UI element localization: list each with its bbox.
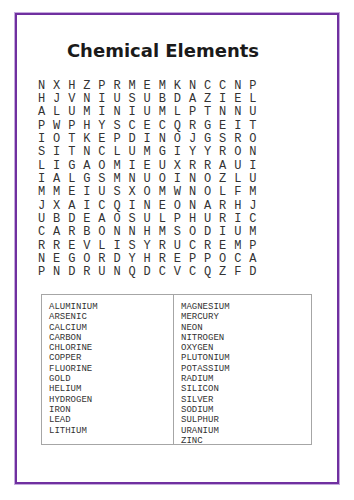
grid-cell[interactable]: Y <box>125 252 140 265</box>
grid-cell[interactable]: A <box>64 199 79 212</box>
grid-cell[interactable]: D <box>64 212 79 225</box>
grid-cell[interactable]: L <box>49 106 64 119</box>
grid-cell[interactable]: U <box>140 212 155 225</box>
grid-cell[interactable]: J <box>49 92 64 105</box>
puzzle-title: Chemical Elements <box>0 40 326 61</box>
grid-cell[interactable]: P <box>185 106 200 119</box>
word-list-item: NITROGEN <box>181 333 311 343</box>
grid-cell[interactable]: O <box>109 212 124 225</box>
grid-cell[interactable]: R <box>185 119 200 132</box>
grid-cell[interactable]: K <box>170 79 185 92</box>
grid-cell[interactable]: M <box>49 186 64 199</box>
grid-cell[interactable]: U <box>140 106 155 119</box>
grid-cell[interactable]: N <box>79 92 94 105</box>
grid-cell[interactable]: U <box>245 106 260 119</box>
grid-cell[interactable]: K <box>79 132 94 145</box>
grid-cell[interactable]: L <box>245 92 260 105</box>
grid-cell[interactable]: Z <box>79 79 94 92</box>
grid-cell[interactable]: D <box>200 226 215 239</box>
grid-cell[interactable]: Y <box>185 146 200 159</box>
grid-cell[interactable]: T <box>64 146 79 159</box>
grid-cell[interactable]: I <box>230 212 245 225</box>
grid-cell[interactable]: O <box>245 132 260 145</box>
word-list-item: IRON <box>49 405 173 415</box>
grid-cell[interactable]: G <box>200 132 215 145</box>
grid-cell[interactable]: P <box>245 79 260 92</box>
grid-cell[interactable]: R <box>49 239 64 252</box>
grid-cell[interactable]: L <box>109 146 124 159</box>
word-list-item: MERCURY <box>181 312 311 322</box>
grid-cell[interactable]: E <box>94 132 109 145</box>
grid-cell[interactable]: T <box>64 132 79 145</box>
grid-cell[interactable]: I <box>94 92 109 105</box>
word-list-item: ZINC <box>181 436 311 446</box>
grid-cell[interactable]: S <box>125 239 140 252</box>
grid-cell[interactable]: L <box>155 212 170 225</box>
grid-cell[interactable]: E <box>49 252 64 265</box>
grid-cell[interactable]: I <box>125 106 140 119</box>
word-list-item: SILICON <box>181 384 311 394</box>
grid-cell[interactable]: X <box>49 199 64 212</box>
grid-cell[interactable]: C <box>94 146 109 159</box>
grid-cell[interactable]: M <box>34 186 49 199</box>
grid-cell[interactable]: E <box>230 92 245 105</box>
grid-cell[interactable]: O <box>230 146 245 159</box>
grid-cell[interactable]: H <box>140 252 155 265</box>
grid-cell[interactable]: I <box>49 146 64 159</box>
grid-cell[interactable]: N <box>230 79 245 92</box>
worksheet-page: Chemical Elements NXHZPRMEMKNCCNPHJVNIUS… <box>0 0 354 500</box>
grid-cell[interactable]: A <box>185 92 200 105</box>
grid-cell[interactable]: H <box>140 226 155 239</box>
grid-cell[interactable]: I <box>125 159 140 172</box>
grid-cell[interactable]: O <box>170 199 185 212</box>
grid-cell[interactable]: N <box>185 186 200 199</box>
grid-cell[interactable]: N <box>230 106 245 119</box>
word-list-item: COPPER <box>49 353 173 363</box>
grid-cell[interactable]: N <box>215 106 230 119</box>
word-list-item: LEAD <box>49 415 173 425</box>
grid-cell[interactable]: P <box>109 132 124 145</box>
grid-cell[interactable]: S <box>94 172 109 185</box>
grid-cell[interactable]: O <box>170 132 185 145</box>
grid-cell[interactable]: E <box>64 239 79 252</box>
grid-cell[interactable]: N <box>109 266 124 279</box>
grid-cell[interactable]: R <box>215 146 230 159</box>
grid-cell[interactable]: B <box>79 226 94 239</box>
word-list-item: ALUMINIUM <box>49 302 173 312</box>
grid-cell[interactable]: E <box>64 186 79 199</box>
grid-cell[interactable]: L <box>64 172 79 185</box>
grid-cell[interactable]: C <box>185 266 200 279</box>
grid-cell[interactable]: O <box>140 186 155 199</box>
grid-cell[interactable]: A <box>34 106 49 119</box>
word-list-item: CARBON <box>49 333 173 343</box>
grid-cell[interactable]: L <box>170 106 185 119</box>
grid-cell[interactable]: X <box>49 79 64 92</box>
grid-cell[interactable]: L <box>230 172 245 185</box>
grid-cell[interactable]: E <box>215 239 230 252</box>
grid-cell[interactable]: P <box>170 212 185 225</box>
grid-cell[interactable]: G <box>79 172 94 185</box>
grid-cell[interactable]: N <box>49 266 64 279</box>
word-list-item: SULPHUR <box>181 415 311 425</box>
grid-cell[interactable]: D <box>125 132 140 145</box>
grid-cell[interactable]: M <box>140 146 155 159</box>
grid-cell[interactable]: S <box>215 132 230 145</box>
grid-cell[interactable]: M <box>155 226 170 239</box>
grid-cell[interactable]: E <box>170 252 185 265</box>
grid-cell[interactable]: D <box>170 92 185 105</box>
grid-cell[interactable]: L <box>94 239 109 252</box>
grid-cell[interactable]: U <box>94 186 109 199</box>
word-list-box: ALUMINIUMARSENICCALCIUMCARBONCHLORINECOP… <box>41 294 312 445</box>
grid-cell[interactable]: E <box>155 199 170 212</box>
grid-cell[interactable]: R <box>34 239 49 252</box>
grid-cell[interactable]: N <box>34 252 49 265</box>
word-list-item: POTASSIUM <box>181 364 311 374</box>
grid-cell[interactable]: O <box>200 172 215 185</box>
grid-cell[interactable]: U <box>170 239 185 252</box>
grid-cell[interactable]: I <box>125 199 140 212</box>
word-list-item: PLUTONIUM <box>181 353 311 363</box>
grid-cell[interactable]: R <box>200 239 215 252</box>
grid-cell[interactable]: C <box>155 266 170 279</box>
word-list-item: ARSENIC <box>49 312 173 322</box>
grid-cell[interactable]: M <box>245 186 260 199</box>
grid-cell[interactable]: R <box>64 226 79 239</box>
grid-cell[interactable]: S <box>125 92 140 105</box>
grid-cell[interactable]: Q <box>200 266 215 279</box>
grid-cell[interactable]: U <box>230 226 245 239</box>
grid-cell[interactable]: I <box>170 172 185 185</box>
grid-cell[interactable]: U <box>64 106 79 119</box>
grid-cell[interactable]: H <box>34 92 49 105</box>
grid-cell[interactable]: G <box>64 252 79 265</box>
grid-cell[interactable]: U <box>94 266 109 279</box>
grid-cell[interactable]: O <box>185 226 200 239</box>
grid-cell[interactable]: M <box>125 79 140 92</box>
word-list-item: CHLORINE <box>49 343 173 353</box>
grid-cell[interactable]: C <box>155 119 170 132</box>
grid-cell[interactable]: U <box>245 172 260 185</box>
grid-cell[interactable]: C <box>125 119 140 132</box>
grid-cell[interactable]: N <box>185 172 200 185</box>
word-list-item: GOLD <box>49 374 173 384</box>
grid-cell[interactable]: A <box>200 199 215 212</box>
grid-cell[interactable]: I <box>140 132 155 145</box>
grid-cell[interactable]: T <box>245 119 260 132</box>
grid-cell[interactable]: I <box>215 226 230 239</box>
grid-cell[interactable]: N <box>79 146 94 159</box>
word-list-item: SILVER <box>181 395 311 405</box>
grid-cell[interactable]: O <box>200 186 215 199</box>
word-list-item: SODIUM <box>181 405 311 415</box>
word-list-column-right: MAGNESIUMMERCURYNEONNITROGENOXYGENPLUTON… <box>174 295 311 444</box>
grid-cell[interactable]: J <box>34 199 49 212</box>
grid-cell[interactable]: C <box>185 239 200 252</box>
grid-cell[interactable]: P <box>245 239 260 252</box>
grid-cell[interactable]: D <box>245 266 260 279</box>
grid-cell[interactable]: M <box>155 106 170 119</box>
grid-cell[interactable]: R <box>94 252 109 265</box>
grid-cell[interactable]: B <box>49 212 64 225</box>
grid-cell[interactable]: U <box>230 159 245 172</box>
grid-cell[interactable]: M <box>109 159 124 172</box>
grid-cell[interactable]: P <box>34 119 49 132</box>
grid-cell[interactable]: S <box>125 212 140 225</box>
grid-cell[interactable]: P <box>94 79 109 92</box>
grid-cell[interactable]: C <box>215 79 230 92</box>
grid-cell[interactable]: L <box>34 159 49 172</box>
grid-cell[interactable]: Z <box>215 172 230 185</box>
grid-cell[interactable]: V <box>170 266 185 279</box>
grid-cell[interactable]: E <box>79 212 94 225</box>
grid-cell[interactable]: P <box>64 119 79 132</box>
grid-cell[interactable]: R <box>155 252 170 265</box>
grid-cell[interactable]: C <box>245 212 260 225</box>
grid-cell[interactable]: N <box>140 199 155 212</box>
grid-cell[interactable]: Q <box>109 199 124 212</box>
word-list-item: RADIUM <box>181 374 311 384</box>
grid-cell[interactable]: Q <box>125 266 140 279</box>
grid-cell[interactable]: R <box>230 132 245 145</box>
grid-cell[interactable]: R <box>109 79 124 92</box>
grid-cell[interactable]: R <box>79 266 94 279</box>
word-list-item: FLUORINE <box>49 364 173 374</box>
grid-cell[interactable]: M <box>79 106 94 119</box>
grid-cell[interactable]: R <box>185 159 200 172</box>
grid-cell[interactable]: R <box>215 212 230 225</box>
grid-cell[interactable]: H <box>185 212 200 225</box>
grid-cell[interactable]: I <box>245 159 260 172</box>
grid-cell[interactable]: I <box>94 106 109 119</box>
grid-cell[interactable]: H <box>79 119 94 132</box>
grid-cell[interactable]: V <box>64 92 79 105</box>
word-list-item: URANIUM <box>181 426 311 436</box>
grid-cell[interactable]: J <box>245 199 260 212</box>
grid-cell[interactable]: F <box>230 186 245 199</box>
grid-cell[interactable]: M <box>109 172 124 185</box>
grid-cell[interactable]: P <box>34 266 49 279</box>
grid-cell[interactable]: W <box>49 119 64 132</box>
grid-cell[interactable]: Y <box>140 239 155 252</box>
grid-cell[interactable]: A <box>49 172 64 185</box>
grid-cell[interactable]: C <box>94 199 109 212</box>
grid-cell[interactable]: U <box>34 212 49 225</box>
word-list-item: HYDROGEN <box>49 395 173 405</box>
grid-cell[interactable]: R <box>155 239 170 252</box>
grid-cell[interactable]: S <box>170 226 185 239</box>
grid-cell[interactable]: P <box>200 252 215 265</box>
grid-cell[interactable]: U <box>155 159 170 172</box>
word-list-item: NEON <box>181 323 311 333</box>
grid-cell[interactable]: I <box>109 239 124 252</box>
grid-cell[interactable]: C <box>230 252 245 265</box>
grid-cell[interactable]: I <box>230 119 245 132</box>
grid-cell[interactable]: C <box>34 226 49 239</box>
grid-cell[interactable]: I <box>34 132 49 145</box>
grid-cell[interactable]: T <box>200 106 215 119</box>
grid-cell[interactable]: I <box>49 159 64 172</box>
grid-cell[interactable]: V <box>79 239 94 252</box>
grid-cell[interactable]: D <box>109 252 124 265</box>
grid-cell[interactable]: Z <box>215 266 230 279</box>
grid-cell[interactable]: F <box>230 266 245 279</box>
grid-cell[interactable]: G <box>200 119 215 132</box>
grid-cell[interactable]: N <box>125 172 140 185</box>
grid-cell[interactable]: S <box>34 146 49 159</box>
grid-cell[interactable]: N <box>185 199 200 212</box>
grid-cell[interactable]: G <box>155 146 170 159</box>
grid-cell[interactable]: S <box>109 186 124 199</box>
grid-cell[interactable]: A <box>49 226 64 239</box>
grid-cell[interactable]: Z <box>200 92 215 105</box>
grid-cell[interactable]: A <box>245 252 260 265</box>
grid-cell[interactable]: N <box>185 79 200 92</box>
grid-cell[interactable]: H <box>64 79 79 92</box>
word-list-item: OXYGEN <box>181 343 311 353</box>
grid-cell[interactable]: D <box>64 266 79 279</box>
grid-cell[interactable]: N <box>109 226 124 239</box>
grid-cell[interactable]: A <box>79 159 94 172</box>
grid-cell[interactable]: G <box>64 159 79 172</box>
grid-cell[interactable]: J <box>185 132 200 145</box>
grid-cell[interactable]: N <box>125 226 140 239</box>
grid-cell[interactable]: I <box>79 186 94 199</box>
grid-cell[interactable]: I <box>34 172 49 185</box>
word-list-item: HELIUM <box>49 384 173 394</box>
grid-cell[interactable]: A <box>94 212 109 225</box>
grid-cell[interactable]: E <box>140 119 155 132</box>
grid-cell[interactable]: M <box>155 186 170 199</box>
grid-cell[interactable]: B <box>155 92 170 105</box>
word-search-grid: NXHZPRMEMKNCCNPHJVNIUSUBDAZIELALUMINIUML… <box>34 79 260 279</box>
grid-cell[interactable]: O <box>215 252 230 265</box>
grid-cell[interactable]: X <box>125 186 140 199</box>
grid-cell[interactable]: U <box>140 172 155 185</box>
grid-cell[interactable]: W <box>170 186 185 199</box>
grid-cell[interactable]: O <box>79 252 94 265</box>
grid-cell[interactable]: L <box>215 186 230 199</box>
grid-cell[interactable]: A <box>215 159 230 172</box>
grid-cell[interactable]: S <box>109 119 124 132</box>
grid-cell[interactable]: Q <box>170 119 185 132</box>
grid-cell[interactable]: I <box>215 92 230 105</box>
grid-cell[interactable]: O <box>49 132 64 145</box>
grid-cell[interactable]: X <box>170 159 185 172</box>
grid-cell[interactable]: U <box>140 92 155 105</box>
word-list-item: MAGNESIUM <box>181 302 311 312</box>
grid-cell[interactable]: R <box>215 199 230 212</box>
grid-cell[interactable]: M <box>245 226 260 239</box>
grid-cell[interactable]: O <box>94 159 109 172</box>
grid-cell[interactable]: M <box>230 239 245 252</box>
grid-cell[interactable]: I <box>79 199 94 212</box>
grid-cell[interactable]: E <box>215 119 230 132</box>
word-list-item: CALCIUM <box>49 323 173 333</box>
grid-cell[interactable]: C <box>200 79 215 92</box>
grid-cell[interactable]: N <box>109 106 124 119</box>
grid-cell[interactable]: N <box>155 132 170 145</box>
grid-cell[interactable]: U <box>125 146 140 159</box>
grid-cell[interactable]: H <box>230 199 245 212</box>
grid-cell[interactable]: E <box>140 79 155 92</box>
grid-cell[interactable]: U <box>109 92 124 105</box>
grid-cell[interactable]: O <box>155 172 170 185</box>
grid-cell[interactable]: N <box>245 146 260 159</box>
word-list-item: LITHIUM <box>49 426 173 436</box>
grid-cell[interactable]: D <box>140 266 155 279</box>
grid-cell[interactable]: I <box>170 146 185 159</box>
grid-cell[interactable]: Y <box>200 146 215 159</box>
grid-cell[interactable]: E <box>140 159 155 172</box>
grid-cell[interactable]: R <box>200 159 215 172</box>
grid-cell[interactable]: P <box>185 252 200 265</box>
grid-cell[interactable]: N <box>34 79 49 92</box>
grid-cell[interactable]: U <box>200 212 215 225</box>
word-list-column-left: ALUMINIUMARSENICCALCIUMCARBONCHLORINECOP… <box>42 295 174 444</box>
grid-cell[interactable]: Y <box>94 119 109 132</box>
grid-cell[interactable]: M <box>155 79 170 92</box>
grid-cell[interactable]: O <box>94 226 109 239</box>
